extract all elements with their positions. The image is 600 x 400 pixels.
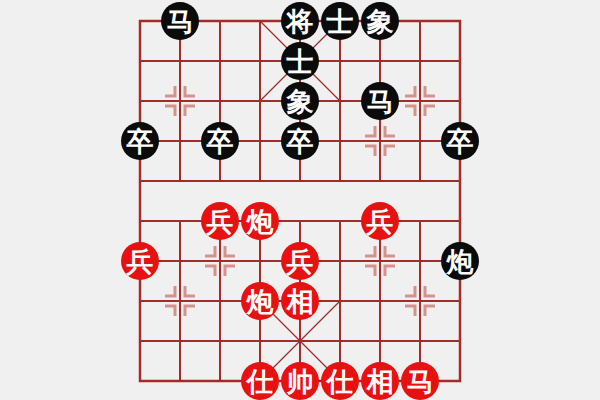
piece-layer: 马将士象士象马卒卒卒卒炮兵炮兵兵兵炮相仕帅仕相马	[120, 1, 480, 400]
piece-red-general[interactable]: 帅	[281, 362, 319, 400]
piece-black-soldier[interactable]: 卒	[441, 122, 479, 160]
piece-red-elephant[interactable]: 相	[361, 362, 399, 400]
piece-red-advisor[interactable]: 仕	[321, 362, 359, 400]
piece-red-horse[interactable]: 马	[401, 362, 439, 400]
piece-black-soldier[interactable]: 卒	[201, 122, 239, 160]
piece-black-soldier[interactable]: 卒	[281, 122, 319, 160]
piece-red-cannon[interactable]: 炮	[241, 202, 279, 240]
piece-black-horse[interactable]: 马	[361, 82, 399, 120]
piece-black-elephant[interactable]: 象	[361, 2, 399, 40]
piece-red-soldier[interactable]: 兵	[361, 202, 399, 240]
piece-black-cannon[interactable]: 炮	[441, 242, 479, 280]
piece-red-cannon[interactable]: 炮	[241, 282, 279, 320]
piece-red-soldier[interactable]: 兵	[121, 242, 159, 280]
piece-red-advisor[interactable]: 仕	[241, 362, 279, 400]
xiangqi-board: 马将士象士象马卒卒卒卒炮兵炮兵兵兵炮相仕帅仕相马	[0, 0, 600, 400]
piece-black-soldier[interactable]: 卒	[121, 122, 159, 160]
piece-black-elephant[interactable]: 象	[281, 82, 319, 120]
piece-red-elephant[interactable]: 相	[281, 282, 319, 320]
piece-black-horse[interactable]: 马	[161, 2, 199, 40]
piece-black-advisor[interactable]: 士	[281, 42, 319, 80]
piece-black-advisor[interactable]: 士	[321, 2, 359, 40]
piece-red-soldier[interactable]: 兵	[281, 242, 319, 280]
piece-red-soldier[interactable]: 兵	[201, 202, 239, 240]
piece-black-general[interactable]: 将	[281, 2, 319, 40]
